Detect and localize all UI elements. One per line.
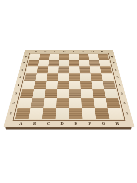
square-b8[interactable] [39, 54, 50, 60]
square-g5[interactable] [90, 73, 102, 81]
square-c6[interactable] [47, 66, 58, 73]
square-g6[interactable] [89, 66, 101, 73]
rank-label-right-3: 3 [119, 89, 124, 98]
square-h8[interactable] [97, 54, 108, 60]
board-grid [15, 54, 123, 119]
rank-label-left-1: 1 [8, 108, 13, 119]
square-h2[interactable] [105, 98, 120, 108]
file-label-bottom-c: C [41, 122, 55, 125]
file-label-bottom-h: H [110, 122, 124, 125]
file-label-bottom-d: D [55, 122, 69, 125]
square-a1[interactable] [15, 108, 30, 119]
square-b2[interactable] [30, 98, 44, 108]
square-d4[interactable] [57, 81, 69, 89]
square-e8[interactable] [69, 54, 79, 60]
square-h7[interactable] [98, 60, 110, 66]
square-b4[interactable] [33, 81, 46, 89]
square-f1[interactable] [81, 108, 95, 119]
square-g4[interactable] [91, 81, 104, 89]
square-e2[interactable] [69, 98, 82, 108]
square-a7[interactable] [27, 60, 39, 66]
square-c5[interactable] [46, 73, 58, 81]
square-d8[interactable] [59, 54, 69, 60]
square-g8[interactable] [88, 54, 99, 60]
square-h6[interactable] [100, 66, 112, 73]
square-d5[interactable] [57, 73, 68, 81]
file-label-bottom-b: B [27, 122, 41, 125]
photo-background: ABCDEFGH ABCDEFGH 87654321 87654321 [0, 0, 137, 183]
rank-label-left-8: 8 [23, 54, 27, 60]
square-e4[interactable] [69, 81, 81, 89]
square-c8[interactable] [49, 54, 59, 60]
file-labels-top: ABCDEFGH [30, 50, 106, 53]
file-label-top-b: B [40, 51, 50, 53]
square-h3[interactable] [104, 89, 118, 98]
file-label-top-h: H [97, 51, 107, 53]
square-d6[interactable] [58, 66, 69, 73]
square-f8[interactable] [78, 54, 88, 60]
square-c4[interactable] [45, 81, 57, 89]
file-label-top-d: D [59, 51, 69, 53]
square-e7[interactable] [69, 60, 79, 66]
square-a5[interactable] [24, 73, 37, 81]
rank-label-right-2: 2 [121, 98, 126, 108]
rank-label-left-5: 5 [18, 73, 22, 81]
square-d1[interactable] [55, 108, 68, 119]
square-b7[interactable] [37, 60, 48, 66]
square-d2[interactable] [56, 98, 69, 108]
square-f6[interactable] [79, 66, 90, 73]
square-d7[interactable] [58, 60, 68, 66]
square-g2[interactable] [93, 98, 107, 108]
square-h5[interactable] [101, 73, 114, 81]
square-c3[interactable] [44, 89, 57, 98]
square-g1[interactable] [94, 108, 109, 119]
square-e1[interactable] [69, 108, 82, 119]
square-a6[interactable] [25, 66, 37, 73]
square-a3[interactable] [20, 89, 34, 98]
rank-label-right-8: 8 [110, 54, 114, 60]
rank-label-right-7: 7 [112, 60, 116, 66]
square-c2[interactable] [43, 98, 56, 108]
rank-label-left-3: 3 [13, 89, 18, 98]
rank-label-right-5: 5 [115, 73, 119, 81]
file-label-top-c: C [49, 51, 59, 53]
file-label-bottom-a: A [13, 122, 27, 125]
rank-label-left-6: 6 [20, 66, 24, 73]
file-label-bottom-g: G [96, 122, 110, 125]
rank-label-right-1: 1 [124, 108, 129, 119]
rank-label-left-7: 7 [22, 60, 26, 66]
square-f7[interactable] [78, 60, 89, 66]
rank-label-right-4: 4 [117, 81, 121, 89]
square-e3[interactable] [69, 89, 81, 98]
square-b1[interactable] [28, 108, 43, 119]
file-label-top-f: F [78, 51, 88, 53]
chessboard: ABCDEFGH ABCDEFGH 87654321 87654321 [3, 50, 134, 127]
square-f5[interactable] [79, 73, 91, 81]
square-b5[interactable] [35, 73, 47, 81]
square-f2[interactable] [81, 98, 94, 108]
square-d3[interactable] [56, 89, 68, 98]
file-labels-bottom: ABCDEFGH [13, 121, 125, 127]
rank-label-left-2: 2 [10, 98, 15, 108]
square-a4[interactable] [22, 81, 35, 89]
square-c7[interactable] [48, 60, 59, 66]
file-label-top-a: A [30, 51, 40, 53]
square-a8[interactable] [29, 54, 40, 60]
square-c1[interactable] [42, 108, 56, 119]
file-label-bottom-e: E [69, 122, 83, 125]
square-b3[interactable] [32, 89, 45, 98]
square-e5[interactable] [69, 73, 80, 81]
file-label-top-g: G [87, 51, 97, 53]
rank-label-right-6: 6 [113, 66, 117, 73]
square-f4[interactable] [80, 81, 92, 89]
square-f3[interactable] [80, 89, 93, 98]
square-e6[interactable] [69, 66, 80, 73]
rank-label-left-4: 4 [16, 81, 20, 89]
square-g7[interactable] [88, 60, 99, 66]
file-label-top-e: E [69, 51, 79, 53]
square-h4[interactable] [102, 81, 115, 89]
square-b6[interactable] [36, 66, 48, 73]
file-label-bottom-f: F [82, 122, 96, 125]
square-g3[interactable] [92, 89, 105, 98]
square-a2[interactable] [17, 98, 32, 108]
